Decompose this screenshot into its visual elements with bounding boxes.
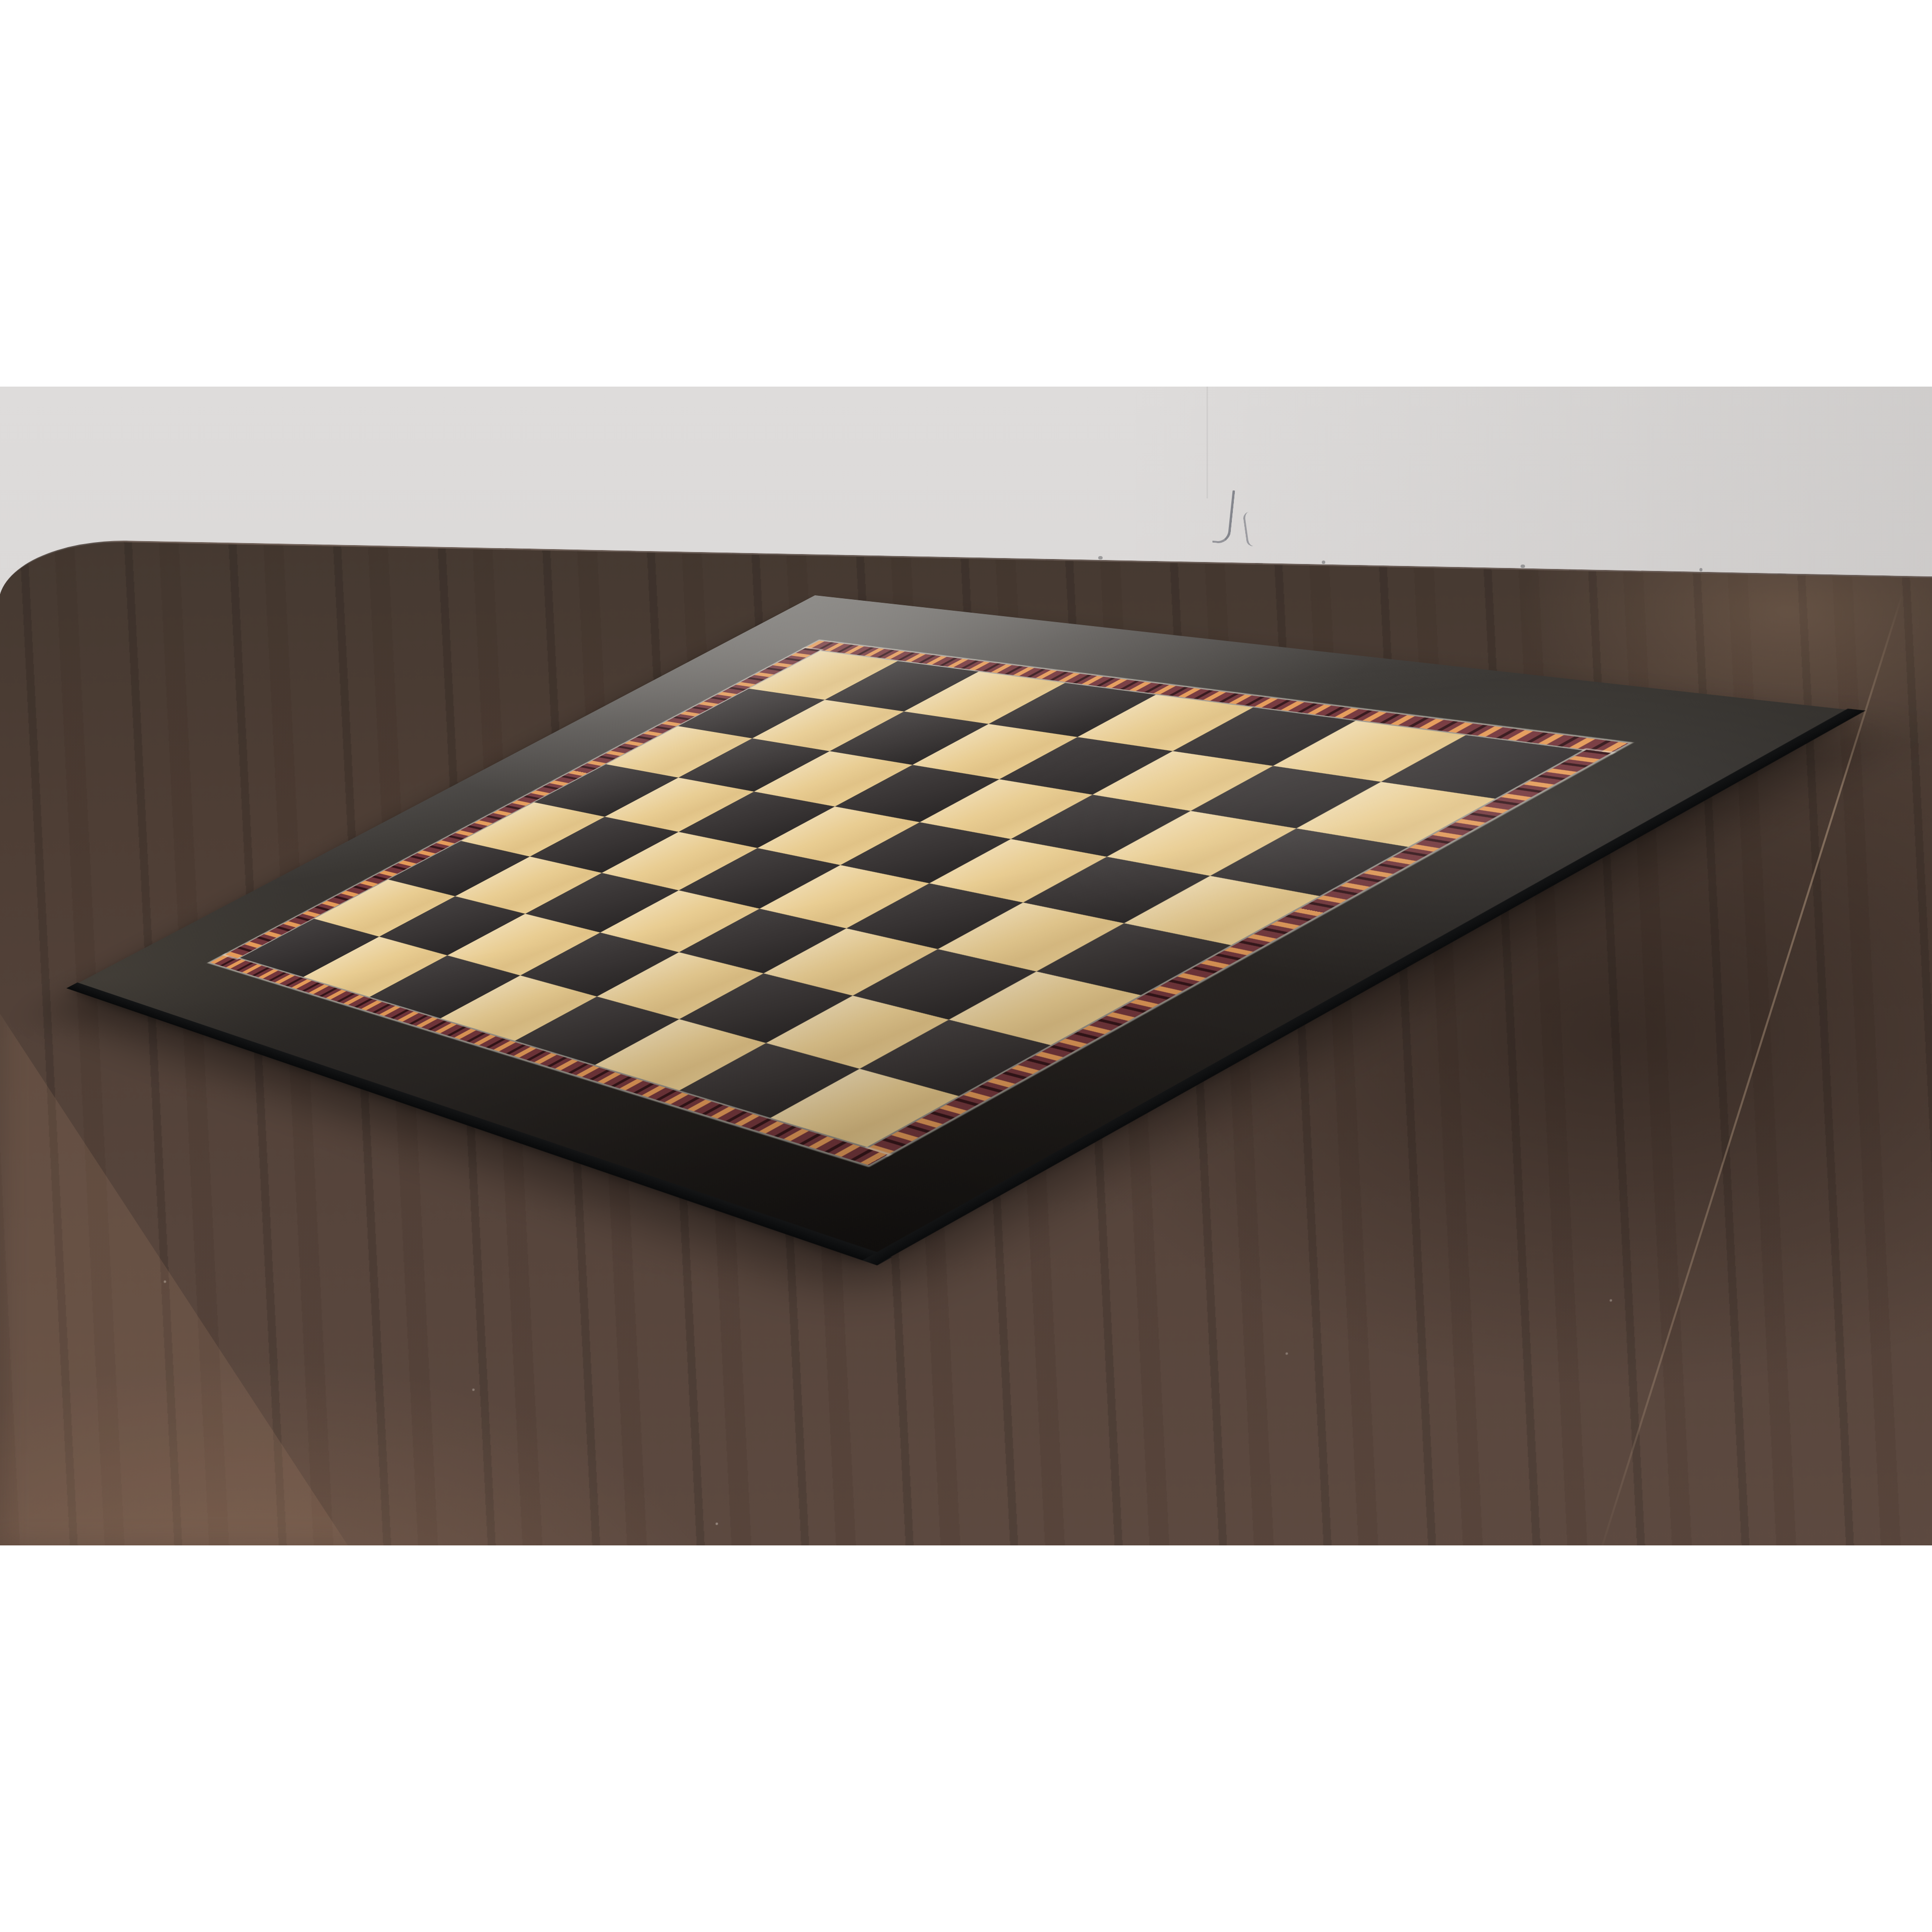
wall-scuff-mark: [1242, 511, 1257, 547]
wall-speck: [1322, 561, 1325, 564]
photo-area: [0, 387, 1932, 1545]
photo-canvas: { "game": "chess", "scene": { "descripti…: [0, 0, 1932, 1932]
wall-speck: [1521, 564, 1525, 568]
wall-speck: [1699, 568, 1702, 571]
wall-scuff-mark: [1212, 488, 1235, 544]
wall-speck: [1098, 556, 1103, 560]
dust-specks: [0, 540, 1, 541]
wall-seam-line: [1207, 387, 1208, 498]
